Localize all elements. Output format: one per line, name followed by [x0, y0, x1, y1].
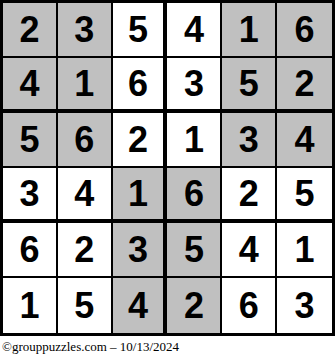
cell-r5c6: 1 [277, 223, 332, 278]
cell-r5c1: 6 [3, 223, 58, 278]
cell-r1c5: 1 [222, 3, 277, 58]
cell-r3c6: 4 [277, 113, 332, 168]
cell-r6c1: 1 [3, 278, 58, 333]
cell-r3c3: 2 [113, 113, 168, 168]
sudoku-board: 235416416352562134341625623541154263 [0, 0, 335, 336]
cell-r2c5: 5 [222, 58, 277, 113]
cell-r4c2: 4 [58, 168, 113, 223]
cell-r6c5: 6 [222, 278, 277, 333]
cell-r1c6: 6 [277, 3, 332, 58]
cell-r4c4: 6 [167, 168, 222, 223]
cell-r4c5: 2 [222, 168, 277, 223]
cell-r4c3: 1 [113, 168, 168, 223]
cell-r3c2: 6 [58, 113, 113, 168]
cell-r6c6: 3 [277, 278, 332, 333]
puzzle-page: 235416416352562134341625623541154263 ©gr… [0, 0, 335, 357]
cell-r5c2: 2 [58, 223, 113, 278]
cell-r2c3: 6 [113, 58, 168, 113]
cell-r5c5: 4 [222, 223, 277, 278]
cell-r6c3: 4 [113, 278, 168, 333]
cell-r5c3: 3 [113, 223, 168, 278]
cell-r2c6: 2 [277, 58, 332, 113]
cell-r4c1: 3 [3, 168, 58, 223]
cell-r3c5: 3 [222, 113, 277, 168]
cell-r4c6: 5 [277, 168, 332, 223]
cell-r1c4: 4 [167, 3, 222, 58]
cell-r6c2: 5 [58, 278, 113, 333]
cell-r1c3: 5 [113, 3, 168, 58]
cell-r3c4: 1 [167, 113, 222, 168]
cell-r3c1: 5 [3, 113, 58, 168]
cell-r1c2: 3 [58, 3, 113, 58]
cell-r6c4: 2 [167, 278, 222, 333]
cell-r2c4: 3 [167, 58, 222, 113]
cell-r5c4: 5 [167, 223, 222, 278]
copyright-credit: ©grouppuzzles.com – 10/13/2024 [2, 339, 179, 355]
cell-r2c2: 1 [58, 58, 113, 113]
cell-r1c1: 2 [3, 3, 58, 58]
cell-r2c1: 4 [3, 58, 58, 113]
